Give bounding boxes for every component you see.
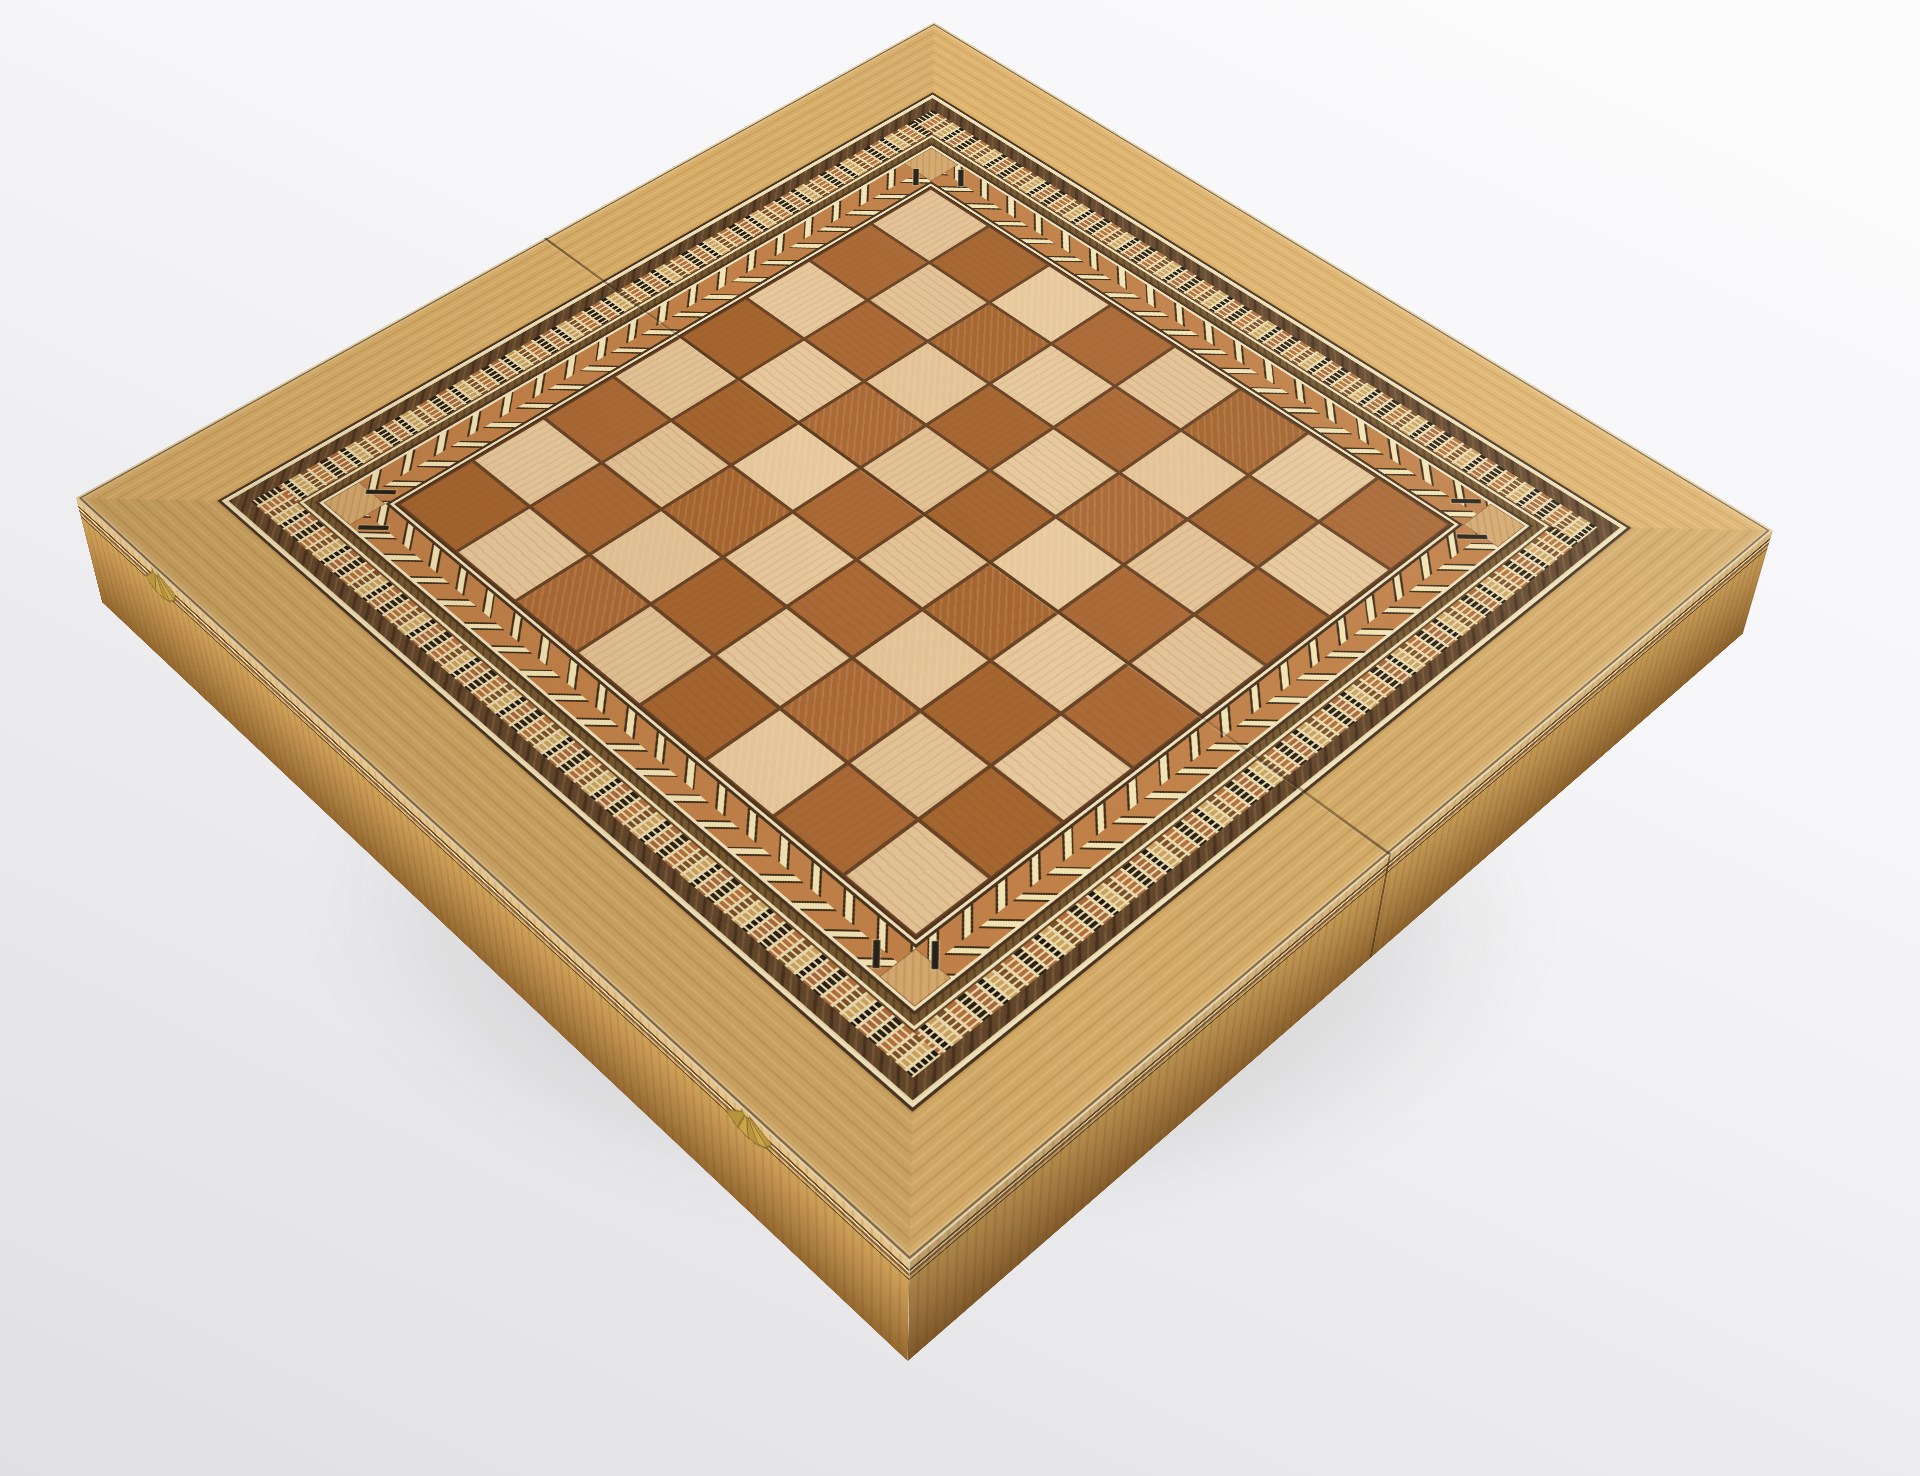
square-h4 [1064, 665, 1198, 766]
square-b1 [458, 509, 586, 600]
square-g3 [923, 663, 1057, 764]
square-d1 [579, 606, 711, 703]
inlay-rings [217, 92, 1631, 1111]
studio-scene [0, 0, 1920, 1476]
square-f4 [925, 564, 1055, 658]
square-d3 [726, 514, 854, 605]
chess-board [76, 22, 1773, 1262]
pinstripe-outer [217, 92, 1631, 1111]
photo-tilt-wrapper [0, 0, 1920, 1476]
oak-frame-strip-bottom [76, 451, 998, 1263]
oak-frame-strip-right [824, 480, 1773, 1262]
square-e1 [642, 657, 776, 757]
square-f2 [783, 660, 917, 760]
square-h6 [1197, 569, 1327, 663]
square-h3 [994, 716, 1131, 820]
square-f5 [993, 519, 1121, 610]
square-f1 [708, 710, 845, 814]
square-e3 [789, 562, 919, 656]
walnut-border-band [226, 97, 1623, 1104]
square-e4 [859, 516, 987, 607]
square-d2 [654, 559, 784, 653]
square-g1 [776, 765, 915, 873]
square-g4 [993, 614, 1125, 711]
square-e2 [717, 609, 849, 706]
square-h5 [1132, 617, 1264, 714]
square-h1 [846, 822, 988, 934]
square-h2 [921, 768, 1060, 876]
square-c1 [518, 557, 648, 651]
fold-seam-side [1370, 854, 1391, 959]
square-g6 [1127, 521, 1255, 612]
square-f3 [855, 611, 987, 708]
oak-frame [76, 22, 1773, 1262]
corner-block-bottom [879, 948, 951, 1007]
square-g2 [851, 713, 988, 817]
square-h7 [1260, 524, 1388, 615]
square-g5 [1061, 567, 1191, 661]
square-c2 [592, 511, 720, 602]
board-top-face [76, 22, 1773, 1262]
